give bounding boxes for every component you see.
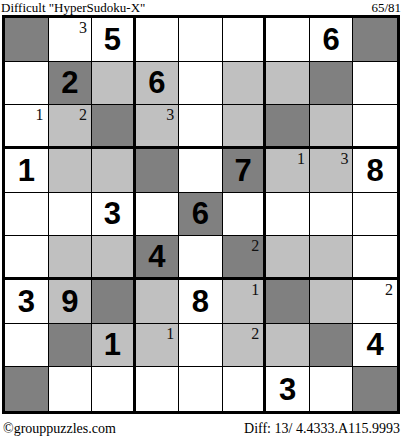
sudoku-board: 356261231713836423981211243 xyxy=(2,15,400,414)
cell-r6c9[interactable] xyxy=(353,236,397,280)
cell-r6c8[interactable] xyxy=(310,236,354,280)
cell-r7c9[interactable]: 2 xyxy=(353,280,397,324)
cell-r2c3[interactable] xyxy=(92,62,136,106)
given-digit: 8 xyxy=(367,155,384,186)
cell-r9c5[interactable] xyxy=(179,367,223,411)
cell-r6c3[interactable] xyxy=(92,236,136,280)
cell-r9c1[interactable] xyxy=(5,367,49,411)
cell-r4c6[interactable]: 7 xyxy=(223,149,267,193)
pencil-mark: 3 xyxy=(166,106,174,123)
cell-r3c4[interactable]: 3 xyxy=(136,105,180,149)
cell-r8c2[interactable] xyxy=(49,324,93,368)
given-digit: 9 xyxy=(61,286,78,317)
cell-r6c7[interactable] xyxy=(266,236,310,280)
cell-r1c1[interactable] xyxy=(5,18,49,62)
cell-r3c3[interactable] xyxy=(92,105,136,149)
cell-r3c9[interactable] xyxy=(353,105,397,149)
cell-r7c4[interactable] xyxy=(136,280,180,324)
given-digit: 5 xyxy=(104,24,121,55)
given-digit: 3 xyxy=(279,374,296,405)
copyright-text: ©grouppuzzles.com xyxy=(3,421,116,436)
cell-r1c5[interactable] xyxy=(179,18,223,62)
cell-r9c7[interactable]: 3 xyxy=(266,367,310,411)
pencil-mark: 1 xyxy=(36,106,44,123)
cell-r2c5[interactable] xyxy=(179,62,223,106)
pencil-mark: 2 xyxy=(385,281,393,298)
cell-r1c3[interactable]: 5 xyxy=(92,18,136,62)
cell-r6c6[interactable]: 2 xyxy=(223,236,267,280)
given-digit: 1 xyxy=(104,329,121,360)
cell-r1c9[interactable] xyxy=(353,18,397,62)
cell-r1c6[interactable] xyxy=(223,18,267,62)
cell-r5c7[interactable] xyxy=(266,193,310,237)
cell-r4c5[interactable] xyxy=(179,149,223,193)
cell-r9c9[interactable] xyxy=(353,367,397,411)
puzzle-title: Difficult "HyperSudoku-X" xyxy=(1,1,145,14)
cell-r1c2[interactable]: 3 xyxy=(49,18,93,62)
cell-r8c5[interactable] xyxy=(179,324,223,368)
pencil-mark: 2 xyxy=(79,106,87,123)
pencil-mark: 1 xyxy=(251,281,259,298)
cell-r8c4[interactable]: 1 xyxy=(136,324,180,368)
cell-r5c2[interactable] xyxy=(49,193,93,237)
given-digit: 3 xyxy=(18,286,35,317)
cell-r3c2[interactable]: 2 xyxy=(49,105,93,149)
cell-r9c8[interactable] xyxy=(310,367,354,411)
pencil-mark: 3 xyxy=(79,19,87,36)
cell-r4c4[interactable] xyxy=(136,149,180,193)
cell-r3c5[interactable] xyxy=(179,105,223,149)
cell-r7c1[interactable]: 3 xyxy=(5,280,49,324)
cell-r4c7[interactable]: 1 xyxy=(266,149,310,193)
cell-r8c3[interactable]: 1 xyxy=(92,324,136,368)
given-digit: 2 xyxy=(61,67,78,98)
pencil-mark: 2 xyxy=(251,237,259,254)
cell-r8c6[interactable]: 2 xyxy=(223,324,267,368)
cell-r5c3[interactable]: 3 xyxy=(92,193,136,237)
cell-r1c7[interactable] xyxy=(266,18,310,62)
given-digit: 6 xyxy=(323,24,340,55)
cell-r6c1[interactable] xyxy=(5,236,49,280)
cell-r2c4[interactable]: 6 xyxy=(136,62,180,106)
puzzle-page: Difficult "HyperSudoku-X" 65/81 35626123… xyxy=(0,0,402,437)
cell-r3c8[interactable] xyxy=(310,105,354,149)
cell-r7c2[interactable]: 9 xyxy=(49,280,93,324)
cell-r5c1[interactable] xyxy=(5,193,49,237)
cell-r9c6[interactable] xyxy=(223,367,267,411)
cell-r3c1[interactable]: 1 xyxy=(5,105,49,149)
cell-r7c7[interactable] xyxy=(266,280,310,324)
given-digit: 7 xyxy=(234,155,251,186)
cell-r2c2[interactable]: 2 xyxy=(49,62,93,106)
given-digit: 3 xyxy=(104,198,121,229)
pencil-mark: 2 xyxy=(251,325,259,342)
cell-r5c9[interactable] xyxy=(353,193,397,237)
footer: ©grouppuzzles.com Diff: 13/ 4.4333.A115.… xyxy=(0,421,402,436)
given-digit: 1 xyxy=(18,155,35,186)
cell-r5c4[interactable] xyxy=(136,193,180,237)
cell-r4c3[interactable] xyxy=(92,149,136,193)
cell-r8c9[interactable]: 4 xyxy=(353,324,397,368)
cell-r4c1[interactable]: 1 xyxy=(5,149,49,193)
given-digit: 8 xyxy=(192,286,209,317)
cell-r7c8[interactable] xyxy=(310,280,354,324)
cell-counter: 65/81 xyxy=(371,1,401,14)
header: Difficult "HyperSudoku-X" 65/81 xyxy=(0,0,402,15)
pencil-mark: 1 xyxy=(166,325,174,342)
cell-r4c8[interactable]: 3 xyxy=(310,149,354,193)
cell-r8c8[interactable] xyxy=(310,324,354,368)
difficulty-text: Diff: 13/ 4.4333.A115.9993 xyxy=(244,421,400,436)
cell-r7c3[interactable] xyxy=(92,280,136,324)
cell-r1c8[interactable]: 6 xyxy=(310,18,354,62)
cell-r7c6[interactable]: 1 xyxy=(223,280,267,324)
given-digit: 6 xyxy=(148,67,165,98)
cell-r8c1[interactable] xyxy=(5,324,49,368)
cell-r3c7[interactable] xyxy=(266,105,310,149)
pencil-mark: 1 xyxy=(297,150,305,167)
cell-r2c9[interactable] xyxy=(353,62,397,106)
cell-r4c2[interactable] xyxy=(49,149,93,193)
cell-r5c6[interactable] xyxy=(223,193,267,237)
cell-r2c8[interactable] xyxy=(310,62,354,106)
given-digit: 6 xyxy=(192,198,209,229)
cell-r2c6[interactable] xyxy=(223,62,267,106)
cell-r5c8[interactable] xyxy=(310,193,354,237)
given-digit: 4 xyxy=(367,329,384,360)
cell-r4c9[interactable]: 8 xyxy=(353,149,397,193)
cell-r1c4[interactable] xyxy=(136,18,180,62)
cell-r7c5[interactable]: 8 xyxy=(179,280,223,324)
pencil-mark: 3 xyxy=(340,150,348,167)
cell-r5c5[interactable]: 6 xyxy=(179,193,223,237)
cell-r9c4[interactable] xyxy=(136,367,180,411)
cell-r9c3[interactable] xyxy=(92,367,136,411)
cell-r2c1[interactable] xyxy=(5,62,49,106)
cell-r8c7[interactable] xyxy=(266,324,310,368)
given-digit: 4 xyxy=(148,241,165,272)
cell-r9c2[interactable] xyxy=(49,367,93,411)
cell-r6c5[interactable] xyxy=(179,236,223,280)
cell-r6c2[interactable] xyxy=(49,236,93,280)
cell-r2c7[interactable] xyxy=(266,62,310,106)
cell-r3c6[interactable] xyxy=(223,105,267,149)
cell-r6c4[interactable]: 4 xyxy=(136,236,180,280)
